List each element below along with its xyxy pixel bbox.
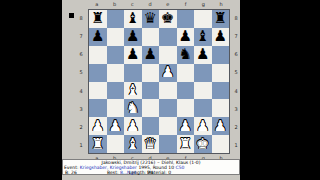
black-rook: ♜ xyxy=(91,11,104,26)
rank-label-1: 1 xyxy=(77,136,85,154)
black-knight: ♞ xyxy=(179,47,192,62)
square-e8[interactable]: ♚ xyxy=(159,10,177,28)
file-label-c: c xyxy=(124,1,142,7)
square-a5[interactable] xyxy=(89,64,107,82)
square-h6[interactable] xyxy=(212,46,230,64)
stat-material: Material: 0 xyxy=(147,170,171,175)
square-c6[interactable]: ♟ xyxy=(124,46,142,64)
square-b7[interactable] xyxy=(107,28,125,46)
rank-label-1: 1 xyxy=(232,136,240,154)
square-a6[interactable] xyxy=(89,46,107,64)
square-b8[interactable] xyxy=(107,10,125,28)
white-knight: ♞ xyxy=(126,100,139,115)
black-pawn: ♟ xyxy=(126,29,139,44)
white-pawn: ♟ xyxy=(196,118,209,133)
square-c3[interactable]: ♞ xyxy=(124,99,142,117)
side-to-move-indicator-icon xyxy=(69,13,74,18)
square-f4[interactable] xyxy=(177,82,195,100)
game-result: (1-0) xyxy=(190,160,201,165)
rank-label-6: 6 xyxy=(232,45,240,63)
square-e2[interactable] xyxy=(159,117,177,135)
square-d5[interactable] xyxy=(142,64,160,82)
black-queen: ♛ xyxy=(144,11,157,26)
square-g2[interactable]: ♟ xyxy=(194,117,212,135)
rank-label-2: 2 xyxy=(77,118,85,136)
square-a3[interactable] xyxy=(89,99,107,117)
white-pawn: ♟ xyxy=(126,118,139,133)
black-pawn: ♟ xyxy=(214,29,227,44)
white-pawn: ♟ xyxy=(91,118,104,133)
square-e7[interactable] xyxy=(159,28,177,46)
square-a8[interactable]: ♜ xyxy=(89,10,107,28)
white-bishop: ♝ xyxy=(126,82,139,97)
square-e5[interactable]: ♟ xyxy=(159,64,177,82)
black-bishop: ♝ xyxy=(196,29,209,44)
stats-line: B: 26 Best: 8...Ng4 Length: 24 Material:… xyxy=(63,170,239,175)
square-c1[interactable]: ♝ xyxy=(124,135,142,153)
square-f2[interactable]: ♟ xyxy=(177,117,195,135)
black-pawn: ♟ xyxy=(179,29,192,44)
rank-label-4: 4 xyxy=(232,82,240,100)
rank-label-2: 2 xyxy=(232,118,240,136)
white-pawn: ♟ xyxy=(214,118,227,133)
square-d8[interactable]: ♛ xyxy=(142,10,160,28)
black-bishop: ♝ xyxy=(126,11,139,26)
square-f7[interactable]: ♟ xyxy=(177,28,195,46)
square-g7[interactable]: ♝ xyxy=(194,28,212,46)
rank-label-3: 3 xyxy=(77,100,85,118)
rank-label-5: 5 xyxy=(232,63,240,81)
square-e1[interactable] xyxy=(159,135,177,153)
file-labels-top: abcdefgh xyxy=(88,1,230,7)
square-g6[interactable]: ♟ xyxy=(194,46,212,64)
stat-b: B: 26 xyxy=(65,170,77,175)
white-pawn: ♟ xyxy=(161,65,174,80)
file-label-e: e xyxy=(159,1,177,7)
square-b2[interactable]: ♟ xyxy=(107,117,125,135)
square-d6[interactable]: ♟ xyxy=(142,46,160,64)
rank-label-4: 4 xyxy=(77,82,85,100)
square-h7[interactable]: ♟ xyxy=(212,28,230,46)
square-d1[interactable]: ♛ xyxy=(142,135,160,153)
white-king: ♚ xyxy=(196,136,209,151)
square-h4[interactable] xyxy=(212,82,230,100)
rank-label-3: 3 xyxy=(232,100,240,118)
square-a1[interactable]: ♜ xyxy=(89,135,107,153)
white-pawn: ♟ xyxy=(179,118,192,133)
rank-label-8: 8 xyxy=(232,9,240,27)
file-label-b: b xyxy=(106,1,124,7)
rank-labels-right: 87654321 xyxy=(232,9,240,154)
square-g1[interactable]: ♚ xyxy=(194,135,212,153)
square-c2[interactable]: ♟ xyxy=(124,117,142,135)
square-h2[interactable]: ♟ xyxy=(212,117,230,135)
square-g8[interactable] xyxy=(194,10,212,28)
rank-label-5: 5 xyxy=(77,63,85,81)
square-e3[interactable] xyxy=(159,99,177,117)
square-d3[interactable] xyxy=(142,99,160,117)
square-a2[interactable]: ♟ xyxy=(89,117,107,135)
black-rook: ♜ xyxy=(214,11,227,26)
white-bishop: ♝ xyxy=(126,136,139,151)
square-f6[interactable]: ♞ xyxy=(177,46,195,64)
black-pawn: ♟ xyxy=(144,47,157,62)
square-b1[interactable] xyxy=(107,135,125,153)
square-d4[interactable] xyxy=(142,82,160,100)
square-b4[interactable] xyxy=(107,82,125,100)
square-c5[interactable] xyxy=(124,64,142,82)
square-h5[interactable] xyxy=(212,64,230,82)
square-g4[interactable] xyxy=(194,82,212,100)
black-pawn: ♟ xyxy=(196,47,209,62)
chess-gui-panel: abcdefgh 87654321 87654321 ♜♝♛♚♜♟♟♟♝♟♟♟♞… xyxy=(62,0,240,180)
square-b5[interactable] xyxy=(107,64,125,82)
file-label-h: h xyxy=(212,1,230,7)
square-h1[interactable] xyxy=(212,135,230,153)
black-king: ♚ xyxy=(161,11,174,26)
file-label-d: d xyxy=(141,1,159,7)
square-f5[interactable] xyxy=(177,64,195,82)
square-c4[interactable]: ♝ xyxy=(124,82,142,100)
square-b3[interactable] xyxy=(107,99,125,117)
file-label-f: f xyxy=(177,1,195,7)
square-f1[interactable]: ♜ xyxy=(177,135,195,153)
rank-label-6: 6 xyxy=(77,45,85,63)
white-pawn: ♟ xyxy=(109,118,122,133)
square-g3[interactable] xyxy=(194,99,212,117)
square-f3[interactable] xyxy=(177,99,195,117)
black-pawn: ♟ xyxy=(91,29,104,44)
square-b6[interactable] xyxy=(107,46,125,64)
file-label-a: a xyxy=(88,1,106,7)
square-f8[interactable] xyxy=(177,10,195,28)
file-label-g: g xyxy=(195,1,213,7)
square-d7[interactable] xyxy=(142,28,160,46)
square-c8[interactable]: ♝ xyxy=(124,10,142,28)
black-pawn: ♟ xyxy=(126,47,139,62)
square-d2[interactable] xyxy=(142,117,160,135)
board: ♜♝♛♚♜♟♟♟♝♟♟♟♞♟♟♝♞♟♟♟♟♟♟♜♝♛♜♚ xyxy=(88,9,230,154)
game-caption: Jakowski, Dmitrij (2216)–Diehl, Klaus (1… xyxy=(62,159,240,175)
white-queen: ♛ xyxy=(144,136,157,151)
white-rook: ♜ xyxy=(179,136,192,151)
square-a7[interactable]: ♟ xyxy=(89,28,107,46)
rank-label-7: 7 xyxy=(77,27,85,45)
square-e4[interactable] xyxy=(159,82,177,100)
square-a4[interactable] xyxy=(89,82,107,100)
square-e6[interactable] xyxy=(159,46,177,64)
white-rook: ♜ xyxy=(91,136,104,151)
square-g5[interactable] xyxy=(194,64,212,82)
square-h3[interactable] xyxy=(212,99,230,117)
square-c7[interactable]: ♟ xyxy=(124,28,142,46)
square-h8[interactable]: ♜ xyxy=(212,10,230,28)
rank-label-8: 8 xyxy=(77,9,85,27)
rank-labels-left: 87654321 xyxy=(77,9,85,154)
rank-label-7: 7 xyxy=(232,27,240,45)
